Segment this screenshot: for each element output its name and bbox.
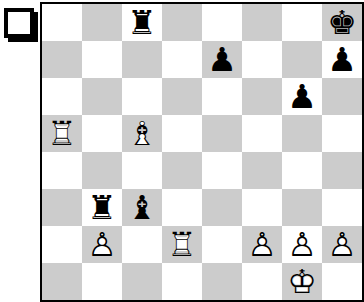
- white-pawn-outline: ♙: [322, 226, 362, 263]
- square-h7[interactable]: ♟: [322, 41, 362, 78]
- chess-board: ♜♚♟♟♟♜♖♝♗♜♝♟♙♜♖♟♙♟♙♟♙♚♔: [40, 2, 364, 302]
- square-d2[interactable]: ♜♖: [162, 226, 202, 263]
- white-pawn[interactable]: ♟♙: [282, 226, 322, 263]
- square-e4[interactable]: [202, 152, 242, 189]
- square-a7[interactable]: [42, 41, 82, 78]
- square-f3[interactable]: [242, 189, 282, 226]
- square-a3[interactable]: [42, 189, 82, 226]
- white-rook[interactable]: ♜♖: [162, 226, 202, 263]
- square-e8[interactable]: [202, 4, 242, 41]
- square-b2[interactable]: ♟♙: [82, 226, 122, 263]
- square-g4[interactable]: [282, 152, 322, 189]
- square-f8[interactable]: [242, 4, 282, 41]
- square-b4[interactable]: [82, 152, 122, 189]
- square-a2[interactable]: [42, 226, 82, 263]
- square-b6[interactable]: [82, 78, 122, 115]
- white-pawn[interactable]: ♟♙: [242, 226, 282, 263]
- square-b7[interactable]: [82, 41, 122, 78]
- square-h3[interactable]: [322, 189, 362, 226]
- square-g2[interactable]: ♟♙: [282, 226, 322, 263]
- square-d6[interactable]: [162, 78, 202, 115]
- square-g7[interactable]: [282, 41, 322, 78]
- black-rook[interactable]: ♜: [82, 189, 122, 226]
- square-g6[interactable]: ♟: [282, 78, 322, 115]
- square-c4[interactable]: [122, 152, 162, 189]
- square-h2[interactable]: ♟♙: [322, 226, 362, 263]
- square-f7[interactable]: [242, 41, 282, 78]
- white-pawn[interactable]: ♟♙: [82, 226, 122, 263]
- square-c8[interactable]: ♜: [122, 4, 162, 41]
- square-e6[interactable]: [202, 78, 242, 115]
- white-pawn-outline: ♙: [282, 226, 322, 263]
- square-f5[interactable]: [242, 115, 282, 152]
- black-rook[interactable]: ♜: [122, 4, 162, 41]
- square-a6[interactable]: [42, 78, 82, 115]
- square-c5[interactable]: ♝♗: [122, 115, 162, 152]
- square-d4[interactable]: [162, 152, 202, 189]
- square-c2[interactable]: [122, 226, 162, 263]
- square-a5[interactable]: ♜♖: [42, 115, 82, 152]
- white-pawn[interactable]: ♟♙: [322, 226, 362, 263]
- square-e1[interactable]: [202, 263, 242, 300]
- square-e7[interactable]: ♟: [202, 41, 242, 78]
- square-e3[interactable]: [202, 189, 242, 226]
- square-h6[interactable]: [322, 78, 362, 115]
- black-pawn[interactable]: ♟: [282, 78, 322, 115]
- square-c1[interactable]: [122, 263, 162, 300]
- square-b1[interactable]: [82, 263, 122, 300]
- square-g8[interactable]: [282, 4, 322, 41]
- white-to-move-indicator: [4, 8, 34, 38]
- white-bishop[interactable]: ♝♗: [122, 115, 162, 152]
- square-h1[interactable]: [322, 263, 362, 300]
- square-h4[interactable]: [322, 152, 362, 189]
- square-h5[interactable]: [322, 115, 362, 152]
- square-f2[interactable]: ♟♙: [242, 226, 282, 263]
- square-c6[interactable]: [122, 78, 162, 115]
- square-f6[interactable]: [242, 78, 282, 115]
- square-e5[interactable]: [202, 115, 242, 152]
- square-g3[interactable]: [282, 189, 322, 226]
- square-a1[interactable]: [42, 263, 82, 300]
- square-f1[interactable]: [242, 263, 282, 300]
- square-c3[interactable]: ♝: [122, 189, 162, 226]
- square-b8[interactable]: [82, 4, 122, 41]
- square-h8[interactable]: ♚: [322, 4, 362, 41]
- black-bishop[interactable]: ♝: [122, 189, 162, 226]
- square-d8[interactable]: [162, 4, 202, 41]
- square-g5[interactable]: [282, 115, 322, 152]
- black-king[interactable]: ♚: [322, 4, 362, 41]
- square-c7[interactable]: [122, 41, 162, 78]
- white-bishop-outline: ♗: [122, 115, 162, 152]
- white-pawn-outline: ♙: [242, 226, 282, 263]
- square-e2[interactable]: [202, 226, 242, 263]
- square-d7[interactable]: [162, 41, 202, 78]
- square-b3[interactable]: ♜: [82, 189, 122, 226]
- square-g1[interactable]: ♚♔: [282, 263, 322, 300]
- square-f4[interactable]: [242, 152, 282, 189]
- white-rook-outline: ♖: [42, 115, 82, 152]
- white-rook-outline: ♖: [162, 226, 202, 263]
- square-d5[interactable]: [162, 115, 202, 152]
- square-b5[interactable]: [82, 115, 122, 152]
- white-king-outline: ♔: [282, 263, 322, 300]
- square-a8[interactable]: [42, 4, 82, 41]
- black-pawn[interactable]: ♟: [202, 41, 242, 78]
- white-pawn-outline: ♙: [82, 226, 122, 263]
- white-king[interactable]: ♚♔: [282, 263, 322, 300]
- square-a4[interactable]: [42, 152, 82, 189]
- square-d1[interactable]: [162, 263, 202, 300]
- white-rook[interactable]: ♜♖: [42, 115, 82, 152]
- black-pawn[interactable]: ♟: [322, 41, 362, 78]
- square-d3[interactable]: [162, 189, 202, 226]
